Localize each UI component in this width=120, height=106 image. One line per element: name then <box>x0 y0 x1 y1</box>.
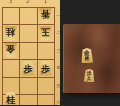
piece-1b-king-gote[interactable]: 玉 <box>39 26 52 41</box>
rank-label-6: 六 <box>56 98 59 105</box>
piece-kanji: 香 <box>41 8 50 19</box>
piece-kanji: 歩 <box>41 65 50 76</box>
shogi-board[interactable]: 3 2 1 一 二 三 四 五 六 香 玉 桂 金 歩 歩 桂 <box>0 0 60 105</box>
rank-label-2: 二 <box>56 28 59 37</box>
piece-1d-pawn-sente[interactable]: 歩 <box>39 61 52 76</box>
piece-3f-knight-sente[interactable]: 桂 <box>4 92 17 106</box>
screenshot-root: 3 2 1 一 二 三 四 五 六 香 玉 桂 金 歩 歩 桂 金 将 <box>0 0 120 105</box>
hand-piece-gold[interactable]: 金 将 <box>81 48 94 63</box>
piece-3b-knight-gote[interactable]: 桂 <box>4 26 17 41</box>
piece-1a-lance-gote[interactable]: 香 <box>39 8 52 23</box>
piece-2d-pawn-sente[interactable]: 歩 <box>22 61 35 76</box>
rank-label-4: 四 <box>56 63 59 72</box>
file-label-1: 1 <box>41 0 50 4</box>
rank-label-3: 三 <box>56 46 59 55</box>
hand-piece-gold-kanji: 金 将 <box>84 50 90 61</box>
rank-label-1: 一 <box>56 11 59 20</box>
piece-kanji: 玉 <box>41 26 50 37</box>
file-label-2: 2 <box>23 0 32 4</box>
piece-kanji: 歩 <box>24 65 33 76</box>
file-labels: 3 2 1 <box>2 0 55 6</box>
kanji-bottom: 将 <box>85 56 90 61</box>
hand-piece-pawn[interactable]: 歩 兵 <box>83 69 94 82</box>
kanji-bottom: 兵 <box>87 76 91 80</box>
rank-label-5: 五 <box>56 81 59 90</box>
file-label-3: 3 <box>6 0 15 4</box>
piece-3c-gold-gote[interactable]: 金 <box>4 43 17 58</box>
piece-kanji: 桂 <box>6 96 15 105</box>
piece-kanji: 桂 <box>6 26 15 37</box>
hand-piece-pawn-kanji: 歩 兵 <box>86 71 92 80</box>
tatami-background: 金 将 歩 兵 <box>60 0 120 105</box>
piece-kanji: 金 <box>6 43 15 54</box>
komadai-piece-stand[interactable]: 金 将 歩 兵 <box>63 24 120 93</box>
